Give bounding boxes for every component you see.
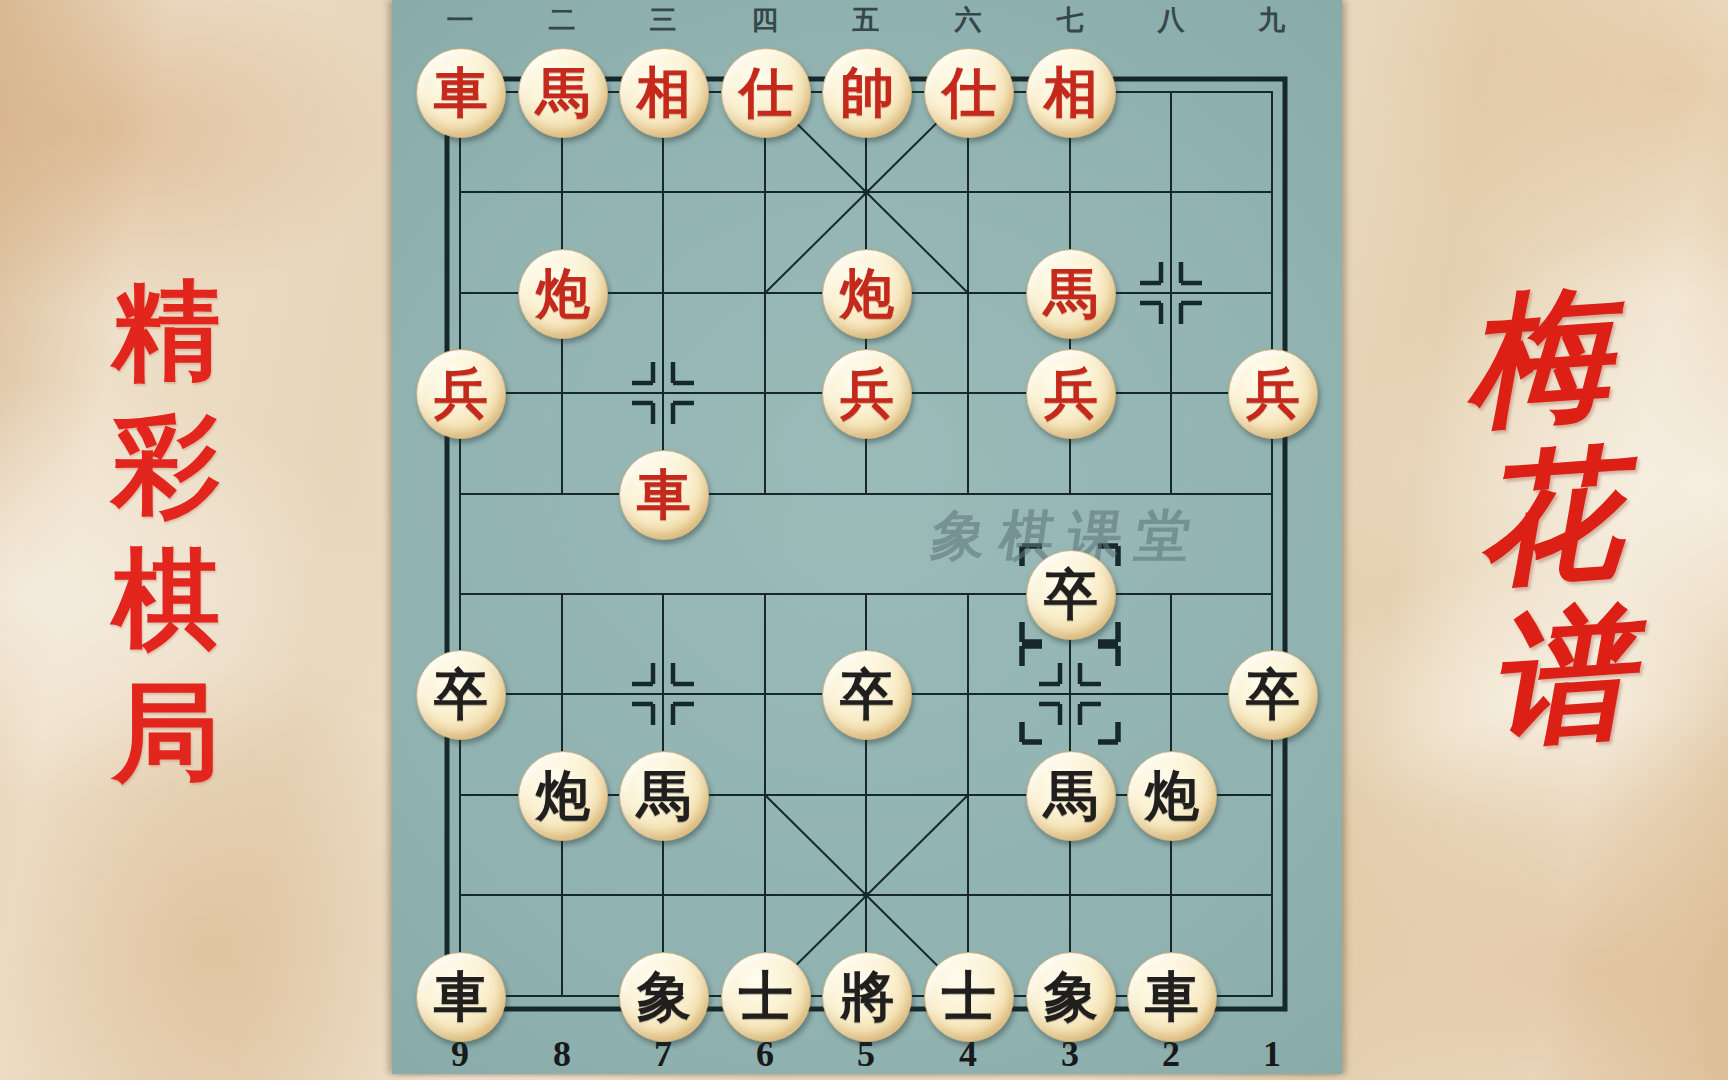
piece-red-horse[interactable]: 馬: [1026, 249, 1116, 339]
piece-glyph: 馬: [637, 769, 691, 823]
piece-glyph: 卒: [434, 668, 488, 722]
file-label-top-3: 三: [633, 2, 693, 38]
piece-red-cannon[interactable]: 炮: [518, 249, 608, 339]
piece-glyph: 將: [840, 970, 894, 1024]
right-caption-char-3: 谱: [1484, 603, 1637, 773]
piece-red-soldier[interactable]: 兵: [1228, 349, 1318, 439]
piece-red-advisor[interactable]: 仕: [924, 48, 1014, 138]
right-caption-char-1: 梅: [1461, 284, 1614, 454]
piece-glyph: 士: [942, 970, 996, 1024]
piece-glyph: 象: [1044, 970, 1098, 1024]
piece-black-advisor[interactable]: 士: [721, 952, 811, 1042]
piece-black-soldier[interactable]: 卒: [1228, 650, 1318, 740]
right-caption: 梅花谱: [1461, 284, 1636, 773]
piece-red-horse[interactable]: 馬: [518, 48, 608, 138]
piece-glyph: 炮: [536, 267, 590, 321]
file-label-top-4: 四: [735, 2, 795, 38]
left-caption-char-4: 局: [112, 678, 220, 812]
piece-black-chariot[interactable]: 車: [1127, 952, 1217, 1042]
piece-glyph: 相: [637, 66, 691, 120]
piece-black-soldier[interactable]: 卒: [1026, 550, 1116, 640]
file-label-top-1: 一: [430, 2, 490, 38]
piece-black-chariot[interactable]: 車: [416, 952, 506, 1042]
page: { "game": "xiangqi", "left_caption": "精彩…: [0, 0, 1728, 1080]
piece-red-elephant[interactable]: 相: [1026, 48, 1116, 138]
piece-glyph: 車: [1145, 970, 1199, 1024]
piece-glyph: 卒: [1246, 668, 1300, 722]
piece-glyph: 相: [1044, 66, 1098, 120]
piece-glyph: 兵: [1044, 367, 1098, 421]
piece-glyph: 兵: [1246, 367, 1300, 421]
piece-black-cannon[interactable]: 炮: [1127, 751, 1217, 841]
piece-red-soldier[interactable]: 兵: [1026, 349, 1116, 439]
file-label-bottom-8: 8: [532, 1033, 592, 1075]
piece-black-horse[interactable]: 馬: [1026, 751, 1116, 841]
right-caption-char-2: 花: [1473, 443, 1626, 613]
piece-black-horse[interactable]: 馬: [619, 751, 709, 841]
piece-glyph: 仕: [739, 66, 793, 120]
piece-black-soldier[interactable]: 卒: [416, 650, 506, 740]
piece-red-chariot[interactable]: 車: [416, 48, 506, 138]
piece-glyph: 炮: [840, 267, 894, 321]
piece-glyph: 卒: [840, 668, 894, 722]
file-label-top-2: 二: [532, 2, 592, 38]
piece-black-general[interactable]: 將: [822, 952, 912, 1042]
piece-glyph: 炮: [536, 769, 590, 823]
piece-black-elephant[interactable]: 象: [619, 952, 709, 1042]
file-label-top-5: 五: [836, 2, 896, 38]
piece-glyph: 帥: [840, 66, 894, 120]
file-label-top-6: 六: [938, 2, 998, 38]
xiangqi-board[interactable]: 一二三四五六七八九 987654321 象棋课堂 車馬相仕帥仕相炮炮馬兵兵兵兵車…: [392, 0, 1342, 1074]
piece-glyph: 車: [434, 66, 488, 120]
piece-glyph: 馬: [1044, 267, 1098, 321]
piece-glyph: 炮: [1145, 769, 1199, 823]
piece-black-cannon[interactable]: 炮: [518, 751, 608, 841]
piece-red-chariot[interactable]: 車: [619, 450, 709, 540]
file-label-top-8: 八: [1141, 2, 1201, 38]
piece-black-soldier[interactable]: 卒: [822, 650, 912, 740]
piece-glyph: 象: [637, 970, 691, 1024]
piece-glyph: 士: [739, 970, 793, 1024]
piece-red-soldier[interactable]: 兵: [416, 349, 506, 439]
file-label-bottom-1: 1: [1242, 1033, 1302, 1075]
piece-black-advisor[interactable]: 士: [924, 952, 1014, 1042]
piece-red-cannon[interactable]: 炮: [822, 249, 912, 339]
piece-glyph: 兵: [434, 367, 488, 421]
piece-glyph: 卒: [1044, 568, 1098, 622]
piece-black-elephant[interactable]: 象: [1026, 952, 1116, 1042]
left-caption-char-2: 彩: [112, 410, 220, 544]
piece-glyph: 車: [637, 468, 691, 522]
piece-red-general[interactable]: 帥: [822, 48, 912, 138]
piece-red-soldier[interactable]: 兵: [822, 349, 912, 439]
file-label-top-9: 九: [1242, 2, 1302, 38]
left-caption-char-1: 精: [112, 276, 220, 410]
left-caption-char-3: 棋: [112, 544, 220, 678]
piece-red-elephant[interactable]: 相: [619, 48, 709, 138]
piece-glyph: 兵: [840, 367, 894, 421]
file-label-top-7: 七: [1040, 2, 1100, 38]
left-caption: 精彩棋局: [112, 276, 220, 812]
piece-red-advisor[interactable]: 仕: [721, 48, 811, 138]
piece-glyph: 車: [434, 970, 488, 1024]
piece-glyph: 馬: [1044, 769, 1098, 823]
piece-glyph: 仕: [942, 66, 996, 120]
piece-glyph: 馬: [536, 66, 590, 120]
